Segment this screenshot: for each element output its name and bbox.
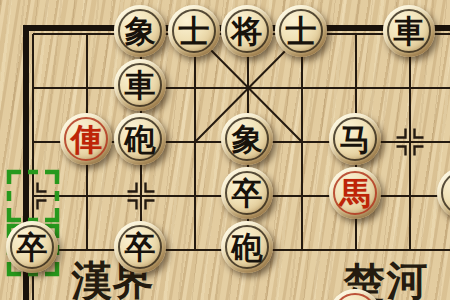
piece-glyph: 将 — [232, 16, 263, 47]
red-horse[interactable]: 馬 — [329, 167, 381, 219]
piece-glyph: 車 — [125, 70, 156, 101]
piece-glyph: 士 — [286, 16, 317, 47]
black-advisor[interactable]: 士 — [168, 5, 220, 57]
black-chariot[interactable]: 車 — [114, 59, 166, 111]
piece-glyph: 象 — [232, 124, 263, 155]
black-cannon[interactable]: 砲 — [114, 113, 166, 165]
piece-glyph: 卒 — [232, 178, 263, 209]
black-chariot[interactable]: 車 — [383, 5, 435, 57]
piece-glyph: 象 — [125, 16, 156, 47]
piece-glyph: 卒 — [17, 232, 48, 263]
piece-glyph: 車 — [394, 16, 425, 47]
piece-glyph: 卒 — [125, 232, 156, 263]
red-chariot[interactable]: 俥 — [60, 113, 112, 165]
river-text-he: 河 — [387, 261, 428, 300]
piece-glyph: 馬 — [340, 178, 371, 209]
black-soldier[interactable]: 卒 — [221, 167, 273, 219]
black-advisor[interactable]: 士 — [275, 5, 327, 57]
piece-glyph: 砲 — [232, 232, 263, 263]
black-elephant[interactable]: 象 — [114, 5, 166, 57]
black-soldier[interactable]: 卒 — [114, 221, 166, 273]
piece-glyph: 马 — [340, 124, 371, 155]
river-text-han: 漢 — [72, 261, 113, 300]
piece-glyph: 砲 — [125, 124, 156, 155]
piece-glyph: 士 — [179, 16, 210, 47]
black-horse[interactable]: 马 — [329, 113, 381, 165]
black-soldier[interactable]: 卒 — [6, 221, 58, 273]
xiangqi-board[interactable]: 漢 界 楚 河 象士将士車車俥砲象马卒馬卒卒砲 — [0, 0, 450, 300]
black-elephant[interactable]: 象 — [221, 113, 273, 165]
black-general[interactable]: 将 — [221, 5, 273, 57]
piece-glyph: 俥 — [71, 124, 102, 155]
black-cannon[interactable]: 砲 — [221, 221, 273, 273]
